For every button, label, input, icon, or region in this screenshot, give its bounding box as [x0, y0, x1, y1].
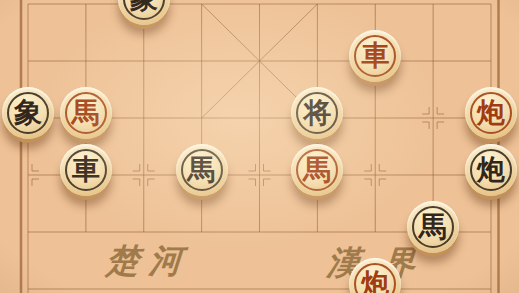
piece-glyph: 馬 [72, 99, 100, 127]
piece-red-chariot[interactable]: 車 [349, 30, 401, 82]
piece-black-horse[interactable]: 馬 [176, 144, 228, 196]
piece-glyph: 車 [361, 42, 389, 70]
board[interactable]: 象車象馬将炮車馬馬炮馬炮 [0, 0, 519, 293]
piece-black-horse[interactable]: 馬 [407, 201, 459, 253]
piece-red-horse[interactable]: 馬 [60, 87, 112, 139]
piece-red-horse[interactable]: 馬 [291, 144, 343, 196]
piece-glyph: 将 [303, 99, 331, 127]
piece-black-general[interactable]: 将 [291, 87, 343, 139]
piece-black-chariot[interactable]: 車 [60, 144, 112, 196]
piece-glyph: 象 [14, 99, 42, 127]
piece-glyph: 馬 [188, 156, 216, 184]
piece-black-elephant[interactable]: 象 [2, 87, 54, 139]
piece-glyph: 炮 [361, 270, 389, 293]
piece-glyph: 車 [72, 156, 100, 184]
piece-glyph: 炮 [477, 99, 505, 127]
piece-black-elephant[interactable]: 象 [118, 0, 170, 25]
piece-glyph: 象 [130, 0, 158, 13]
piece-glyph: 馬 [303, 156, 331, 184]
piece-glyph: 馬 [419, 213, 447, 241]
piece-glyph: 炮 [477, 156, 505, 184]
piece-red-cannon[interactable]: 炮 [349, 258, 401, 293]
piece-red-cannon[interactable]: 炮 [465, 87, 517, 139]
piece-black-cannon[interactable]: 炮 [465, 144, 517, 196]
xiangqi-game-screen: 楚河 漢界 象車象馬将炮車馬馬炮馬炮 [0, 0, 519, 293]
